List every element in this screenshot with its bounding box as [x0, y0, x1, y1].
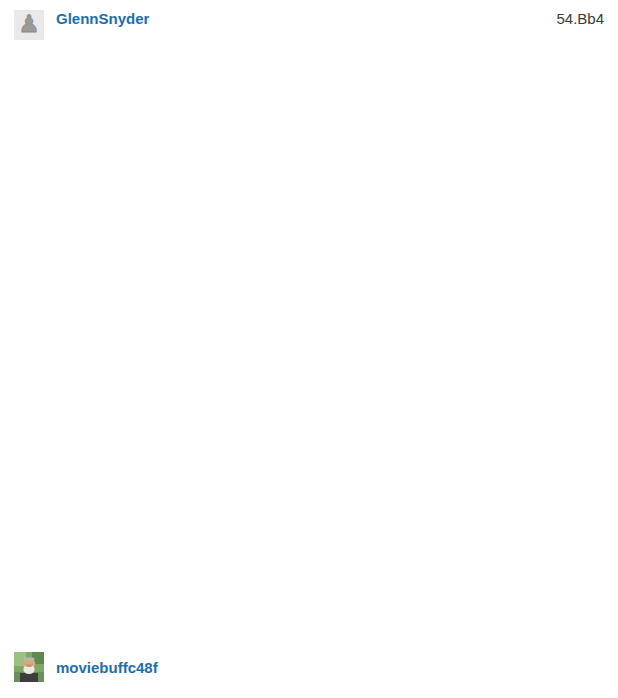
top-player-avatar[interactable]: ♟ — [14, 10, 44, 40]
chess-board — [14, 57, 600, 635]
bottom-player-avatar[interactable] — [14, 652, 44, 682]
page: ♟ GlennSnyder 54.Bb4 moviebuffc48f — [0, 0, 618, 698]
move-label: 54.Bb4 — [556, 10, 604, 27]
bottom-username-link[interactable]: moviebuffc48f — [56, 659, 158, 676]
photo-avatar-icon — [14, 652, 44, 682]
bottom-player-row: moviebuffc48f — [0, 635, 618, 682]
pawn-avatar-icon: ♟ — [18, 12, 40, 36]
top-username-link[interactable]: GlennSnyder — [56, 10, 149, 27]
top-player-row: ♟ GlennSnyder 54.Bb4 — [0, 0, 618, 57]
